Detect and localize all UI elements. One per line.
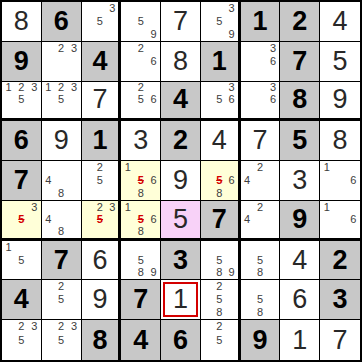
candidate-slot-empty: [333, 174, 346, 187]
candidate-slot-empty: [347, 161, 360, 174]
cell-r4c3[interactable]: 1: [82, 121, 122, 161]
candidate-slot-empty: [82, 174, 94, 187]
candidate-9: 9: [147, 28, 160, 41]
candidate-slot-empty: [2, 333, 15, 346]
cell-r6c7[interactable]: 24: [241, 201, 281, 241]
cell-r7c5[interactable]: 3: [161, 241, 201, 281]
candidate-8: 8: [55, 225, 68, 237]
candidate-slot-empty: [254, 174, 267, 187]
solved-digit-1: 1: [173, 286, 188, 313]
candidate-2: 2: [254, 201, 267, 213]
cell-r9c1[interactable]: 235: [2, 320, 42, 360]
candidate-8: 8: [213, 187, 225, 200]
given-digit-7: 7: [212, 206, 227, 233]
candidate-slot-empty: [55, 174, 68, 187]
candidate-slot-empty: [106, 28, 118, 41]
candidate-slot-empty: [225, 280, 237, 293]
candidate-slot-empty: [241, 106, 254, 118]
candidate-slot-empty: [225, 347, 237, 360]
cell-r4c9[interactable]: 8: [320, 121, 360, 161]
candidate-slot-empty: [225, 106, 237, 118]
candidate-grid: 16: [320, 161, 360, 200]
candidate-slot-empty: [82, 225, 94, 237]
cell-r9c5[interactable]: 6: [161, 320, 201, 360]
candidate-5-eliminated: 5: [134, 174, 147, 187]
cell-r7c2[interactable]: 7: [42, 241, 82, 281]
cell-r2c1[interactable]: 9: [2, 42, 42, 82]
candidate-slot-empty: [121, 15, 134, 28]
candidate-slot-empty: [42, 161, 55, 174]
candidate-2: 2: [55, 320, 68, 333]
cell-r6c6[interactable]: 7: [201, 201, 241, 241]
candidate-slot-empty: [267, 106, 280, 118]
given-digit-9: 9: [292, 206, 307, 233]
candidate-grid: 15: [2, 241, 41, 280]
cell-r4c5[interactable]: 2: [161, 121, 201, 161]
candidate-grid: 1568: [121, 201, 160, 238]
cell-r7c3[interactable]: 6: [82, 241, 122, 281]
candidate-slot-empty: [68, 280, 81, 293]
candidate-grid: 36: [241, 82, 280, 119]
cell-r1c3[interactable]: 35: [82, 2, 122, 42]
given-digit-2: 2: [333, 247, 348, 274]
cell-r5c1[interactable]: 7: [2, 161, 42, 201]
candidate-slot-empty: [134, 68, 147, 81]
candidate-slot-empty: [28, 347, 41, 360]
given-digit-4: 4: [133, 327, 148, 354]
candidate-5: 5: [55, 293, 68, 306]
candidate-slot-empty: [2, 225, 15, 237]
candidate-5-eliminated: 5: [134, 213, 147, 225]
candidate-slot-empty: [225, 306, 237, 319]
candidate-slot-empty: [333, 201, 346, 213]
candidate-slot-empty: [241, 161, 254, 174]
candidate-2: 2: [94, 201, 106, 213]
candidate-2: 2: [134, 82, 147, 94]
candidate-slot-empty: [267, 213, 280, 225]
candidate-slot-empty: [121, 187, 134, 200]
candidate-slot-empty: [55, 306, 68, 319]
candidate-1: 1: [121, 161, 134, 174]
candidate-slot-empty: [42, 187, 55, 200]
given-digit-1: 1: [212, 48, 227, 75]
given-digit-6: 6: [54, 8, 69, 35]
candidate-slot-empty: [320, 213, 333, 225]
given-digit-3: 3: [173, 247, 188, 274]
candidate-slot-empty: [333, 187, 346, 200]
cell-r9c4[interactable]: 4: [121, 320, 161, 360]
cell-r9c3[interactable]: 8: [82, 320, 122, 360]
solved-digit-7: 7: [173, 8, 188, 35]
cell-r5c3[interactable]: 25: [82, 161, 122, 201]
cell-r3c9[interactable]: 9: [320, 82, 360, 122]
cell-r4c1[interactable]: 6: [2, 121, 42, 161]
candidate-grid: 58: [241, 280, 280, 319]
candidate-5-eliminated: 5: [94, 213, 106, 225]
candidate-grid: 589: [121, 241, 160, 280]
candidate-5: 5: [254, 293, 267, 306]
cell-r8c6[interactable]: 258: [201, 280, 241, 320]
given-digit-9: 9: [14, 48, 29, 75]
given-digit-6: 6: [14, 127, 29, 154]
candidate-slot-empty: [201, 333, 213, 346]
candidate-9: 9: [225, 267, 237, 280]
candidate-slot-empty: [2, 106, 15, 118]
solved-digit-4: 4: [333, 8, 348, 35]
candidate-slot-empty: [94, 187, 106, 200]
candidate-slot-empty: [254, 225, 267, 237]
cell-r9c2[interactable]: 235: [42, 320, 82, 360]
candidate-slot-empty: [134, 106, 147, 118]
candidate-slot-empty: [134, 201, 147, 213]
cell-r1c2[interactable]: 6: [42, 2, 82, 42]
cell-r2c3[interactable]: 4: [82, 42, 122, 82]
candidate-slot-empty: [15, 347, 28, 360]
given-digit-8: 8: [292, 86, 307, 113]
cell-r2c5[interactable]: 8: [161, 42, 201, 82]
cell-r1c4[interactable]: 59: [121, 2, 161, 42]
candidate-slot-empty: [68, 174, 81, 187]
candidate-5: 5: [254, 254, 267, 267]
solved-digit-4: 4: [212, 127, 227, 154]
candidate-5: 5: [213, 94, 225, 106]
candidate-slot-empty: [333, 213, 346, 225]
candidate-slot-empty: [94, 28, 106, 41]
candidate-grid: 36: [241, 42, 280, 81]
candidate-slot-empty: [333, 161, 346, 174]
candidate-3: 3: [68, 320, 81, 333]
candidate-slot-empty: [201, 106, 213, 118]
candidate-5: 5: [15, 333, 28, 346]
candidate-slot-empty: [225, 254, 237, 267]
candidate-slot-empty: [134, 241, 147, 254]
candidate-grid: 356: [201, 82, 238, 119]
cell-r1c8[interactable]: 2: [280, 2, 320, 42]
candidate-slot-empty: [201, 280, 213, 293]
candidate-3: 3: [225, 2, 237, 15]
candidate-4: 4: [42, 174, 55, 187]
candidate-slot-empty: [225, 15, 237, 28]
candidate-5-eliminated: 5: [213, 174, 225, 187]
candidate-slot-empty: [42, 347, 55, 360]
cell-r7c4[interactable]: 589: [121, 241, 161, 281]
candidate-slot-empty: [201, 28, 213, 41]
candidate-slot-empty: [68, 55, 81, 68]
given-digit-3: 3: [333, 286, 348, 313]
cell-r2c7[interactable]: 36: [241, 42, 281, 82]
candidate-slot-empty: [241, 94, 254, 106]
candidate-grid: 26: [121, 42, 160, 81]
candidate-slot-empty: [241, 225, 254, 237]
cell-r3c7[interactable]: 36: [241, 82, 281, 122]
given-digit-5: 5: [292, 127, 307, 154]
candidate-slot-empty: [68, 161, 81, 174]
candidate-6: 6: [347, 174, 360, 187]
candidate-slot-empty: [2, 267, 15, 280]
candidate-slot-empty: [347, 201, 360, 213]
cell-r9c6[interactable]: 25: [201, 320, 241, 360]
candidate-5: 5: [213, 293, 225, 306]
cell-r2c4[interactable]: 26: [121, 42, 161, 82]
candidate-slot-empty: [254, 241, 267, 254]
cell-r6c2[interactable]: 48: [42, 201, 82, 241]
cell-r2c2[interactable]: 23: [42, 42, 82, 82]
cell-r8c1[interactable]: 4: [2, 280, 42, 320]
cell-r4c2[interactable]: 9: [42, 121, 82, 161]
cell-r5c9[interactable]: 16: [320, 161, 360, 201]
cell-r3c6[interactable]: 356: [201, 82, 241, 122]
candidate-slot-empty: [225, 187, 237, 200]
candidate-grid: 359: [201, 2, 238, 41]
cell-r6c8[interactable]: 9: [280, 201, 320, 241]
candidate-3: 3: [225, 82, 237, 94]
candidate-slot-empty: [42, 320, 55, 333]
candidate-slot-empty: [121, 82, 134, 94]
candidate-5: 5: [94, 174, 106, 187]
cell-r5c8[interactable]: 3: [280, 161, 320, 201]
cell-r3c2[interactable]: 1235: [42, 82, 82, 122]
cell-r3c8[interactable]: 8: [280, 82, 320, 122]
candidate-slot-empty: [241, 187, 254, 200]
candidate-slot-empty: [55, 106, 68, 118]
candidate-6: 6: [347, 213, 360, 225]
candidate-slot-empty: [68, 68, 81, 81]
candidate-slot-empty: [68, 187, 81, 200]
candidate-slot-empty: [254, 68, 267, 81]
candidate-slot-empty: [94, 225, 106, 237]
cell-r6c4[interactable]: 1568: [121, 201, 161, 241]
candidate-slot-empty: [147, 106, 160, 118]
cell-r2c9[interactable]: 5: [320, 42, 360, 82]
cell-r3c1[interactable]: 1235: [2, 82, 42, 122]
candidate-5: 5: [134, 94, 147, 106]
given-digit-4: 4: [14, 286, 29, 313]
candidate-grid: 48: [42, 161, 81, 200]
candidate-2: 2: [213, 280, 225, 293]
cell-r9c7[interactable]: 9: [241, 320, 281, 360]
candidate-slot-empty: [28, 254, 41, 267]
candidate-slot-empty: [267, 241, 280, 254]
cell-r6c1[interactable]: 35: [2, 201, 42, 241]
solved-digit-9: 9: [173, 167, 188, 194]
cell-r7c1[interactable]: 15: [2, 241, 42, 281]
candidate-slot-empty: [201, 241, 213, 254]
candidate-slot-empty: [267, 225, 280, 237]
cell-r7c8[interactable]: 4: [280, 241, 320, 281]
candidate-8: 8: [134, 187, 147, 200]
cell-r9c9[interactable]: 7: [320, 320, 360, 360]
candidate-slot-empty: [28, 106, 41, 118]
given-digit-4: 4: [92, 48, 107, 75]
cell-r1c7[interactable]: 1: [241, 2, 281, 42]
candidate-8: 8: [213, 267, 225, 280]
candidate-slot-empty: [147, 15, 160, 28]
cell-r5c4[interactable]: 1568: [121, 161, 161, 201]
candidate-5: 5: [15, 94, 28, 106]
candidate-slot-empty: [147, 82, 160, 94]
solved-digit-5: 5: [173, 206, 188, 233]
candidate-slot-empty: [320, 174, 333, 187]
candidate-2: 2: [254, 161, 267, 174]
candidate-slot-empty: [254, 94, 267, 106]
candidate-8: 8: [213, 306, 225, 319]
candidate-slot-empty: [55, 55, 68, 68]
cell-r8c2[interactable]: 25: [42, 280, 82, 320]
candidate-slot-empty: [267, 306, 280, 319]
candidate-2: 2: [15, 82, 28, 94]
candidate-grid: 1235: [2, 82, 41, 119]
cell-r3c3[interactable]: 7: [82, 82, 122, 122]
candidate-slot-empty: [134, 55, 147, 68]
cell-r1c5[interactable]: 7: [161, 2, 201, 42]
candidate-slot-empty: [213, 241, 225, 254]
solved-digit-7: 7: [92, 86, 107, 113]
candidate-slot-empty: [241, 306, 254, 319]
solved-digit-4: 4: [292, 247, 307, 274]
candidate-slot-empty: [121, 241, 134, 254]
candidate-5: 5: [213, 333, 225, 346]
candidate-grid: 25: [82, 161, 119, 200]
candidate-slot-empty: [121, 2, 134, 15]
candidate-slot-empty: [241, 254, 254, 267]
candidate-grid: 25: [201, 320, 238, 360]
candidate-6: 6: [147, 55, 160, 68]
candidate-slot-empty: [267, 174, 280, 187]
cell-r6c9[interactable]: 16: [320, 201, 360, 241]
candidate-slot-empty: [106, 15, 118, 28]
candidate-slot-empty: [267, 201, 280, 213]
candidate-slot-empty: [201, 2, 213, 15]
candidate-slot-empty: [241, 82, 254, 94]
cell-r4c4[interactable]: 3: [121, 121, 161, 161]
candidate-slot-empty: [201, 306, 213, 319]
cell-r8c8[interactable]: 6: [280, 280, 320, 320]
candidate-slot-empty: [2, 254, 15, 267]
cell-r5c7[interactable]: 24: [241, 161, 281, 201]
candidate-slot-empty: [15, 106, 28, 118]
candidate-slot-empty: [68, 94, 81, 106]
cell-r8c5[interactable]: 1: [161, 280, 201, 320]
candidate-slot-empty: [2, 94, 15, 106]
candidate-slot-empty: [254, 187, 267, 200]
candidate-slot-empty: [147, 42, 160, 55]
candidate-slot-empty: [201, 347, 213, 360]
candidate-slot-empty: [2, 201, 15, 213]
cell-r2c6[interactable]: 1: [201, 42, 241, 82]
candidate-slot-empty: [213, 106, 225, 118]
cell-r8c7[interactable]: 58: [241, 280, 281, 320]
candidate-slot-empty: [42, 42, 55, 55]
candidate-slot-empty: [121, 55, 134, 68]
candidate-slot-empty: [15, 201, 28, 213]
candidate-slot-empty: [28, 241, 41, 254]
candidate-slot-empty: [106, 161, 118, 174]
cell-r8c3[interactable]: 9: [82, 280, 122, 320]
candidate-4: 4: [42, 213, 55, 225]
cell-r4c6[interactable]: 4: [201, 121, 241, 161]
cell-r6c3[interactable]: 235: [82, 201, 122, 241]
cell-r3c5[interactable]: 4: [161, 82, 201, 122]
candidate-1: 1: [121, 201, 134, 213]
cell-r9c8[interactable]: 1: [280, 320, 320, 360]
candidate-grid: 25: [42, 280, 81, 319]
candidate-3: 3: [28, 320, 41, 333]
candidate-6: 6: [267, 55, 280, 68]
candidate-5: 5: [213, 15, 225, 28]
cell-r4c7[interactable]: 7: [241, 121, 281, 161]
candidate-slot-empty: [254, 42, 267, 55]
candidate-grid: 568: [201, 161, 238, 200]
candidate-slot-empty: [55, 161, 68, 174]
candidate-5: 5: [213, 254, 225, 267]
candidate-slot-empty: [28, 333, 41, 346]
candidate-slot-empty: [28, 267, 41, 280]
cell-r7c6[interactable]: 589: [201, 241, 241, 281]
candidate-slot-empty: [121, 106, 134, 118]
given-digit-4: 4: [173, 86, 188, 113]
cell-r1c6[interactable]: 359: [201, 2, 241, 42]
cell-r1c9[interactable]: 4: [320, 2, 360, 42]
candidate-slot-empty: [201, 254, 213, 267]
candidate-slot-empty: [213, 161, 225, 174]
candidate-slot-empty: [254, 213, 267, 225]
candidate-slot-empty: [2, 347, 15, 360]
candidate-slot-empty: [82, 161, 94, 174]
candidate-slot-empty: [241, 201, 254, 213]
candidate-5-eliminated: 5: [15, 213, 28, 225]
cell-r8c4[interactable]: 7: [121, 280, 161, 320]
given-digit-7: 7: [14, 167, 29, 194]
candidate-slot-empty: [213, 347, 225, 360]
candidate-slot-empty: [254, 280, 267, 293]
candidate-1: 1: [320, 161, 333, 174]
candidate-slot-empty: [68, 293, 81, 306]
cell-r7c7[interactable]: 58: [241, 241, 281, 281]
candidate-slot-empty: [15, 225, 28, 237]
candidate-slot-empty: [267, 161, 280, 174]
cell-r5c6[interactable]: 568: [201, 161, 241, 201]
candidate-slot-empty: [201, 82, 213, 94]
candidate-slot-empty: [55, 347, 68, 360]
candidate-grid: 35: [82, 2, 119, 41]
cell-r5c2[interactable]: 48: [42, 161, 82, 201]
candidate-grid: 24: [241, 201, 280, 238]
candidate-slot-empty: [55, 213, 68, 225]
cell-r5c5[interactable]: 9: [161, 161, 201, 201]
candidate-slot-empty: [42, 106, 55, 118]
cell-r6c5[interactable]: 5: [161, 201, 201, 241]
cell-r3c4[interactable]: 256: [121, 82, 161, 122]
candidate-slot-empty: [55, 201, 68, 213]
candidate-slot-empty: [121, 225, 134, 237]
candidate-1: 1: [2, 241, 15, 254]
candidate-slot-empty: [213, 28, 225, 41]
candidate-grid: 24: [241, 161, 280, 200]
candidate-grid: 589: [201, 241, 238, 280]
candidate-2: 2: [55, 82, 68, 94]
cell-r1c1[interactable]: 8: [2, 2, 42, 42]
cell-r2c8[interactable]: 7: [280, 42, 320, 82]
cell-r8c9[interactable]: 3: [320, 280, 360, 320]
candidate-6: 6: [147, 174, 160, 187]
cell-r7c9[interactable]: 2: [320, 241, 360, 281]
candidate-slot-empty: [106, 174, 118, 187]
candidate-grid: 235: [42, 320, 81, 360]
cell-r4c8[interactable]: 5: [280, 121, 320, 161]
candidate-slot-empty: [82, 2, 94, 15]
candidate-slot-empty: [68, 225, 81, 237]
candidate-slot-empty: [121, 174, 134, 187]
